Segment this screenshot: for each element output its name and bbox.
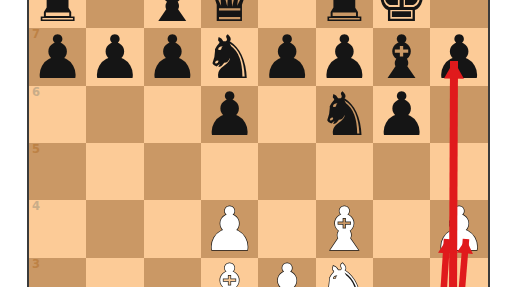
square-d6[interactable]: ♟ bbox=[201, 86, 258, 143]
square-f6[interactable]: ♞ bbox=[316, 86, 373, 143]
square-a4[interactable]: 4 bbox=[29, 200, 86, 257]
rank-label-4: 4 bbox=[32, 201, 40, 213]
square-d7[interactable]: ♞ bbox=[201, 28, 258, 85]
black-pawn[interactable]: ♟ bbox=[86, 28, 143, 85]
square-g4[interactable] bbox=[373, 200, 430, 257]
white-pawn[interactable]: ♟ bbox=[430, 200, 487, 257]
square-c6[interactable] bbox=[144, 86, 201, 143]
square-g6[interactable]: ♟ bbox=[373, 86, 430, 143]
square-h4[interactable]: ♟ bbox=[430, 200, 487, 257]
white-pawn[interactable]: ♟ bbox=[258, 258, 315, 287]
square-h3[interactable] bbox=[430, 258, 487, 287]
rank-label-3: 3 bbox=[32, 259, 40, 271]
square-b6[interactable] bbox=[86, 86, 143, 143]
white-pawn[interactable]: ♟ bbox=[201, 200, 258, 257]
square-b3[interactable] bbox=[86, 258, 143, 287]
board-viewport: ♜♝♛♜♚7♟♟♟♞♟♟♝♟6♟♞♟54♟♝♟3♝♟♞ bbox=[0, 0, 510, 287]
square-c4[interactable] bbox=[144, 200, 201, 257]
square-e6[interactable] bbox=[258, 86, 315, 143]
white-bishop[interactable]: ♝ bbox=[201, 258, 258, 287]
square-a3[interactable]: 3 bbox=[29, 258, 86, 287]
square-a6[interactable]: 6 bbox=[29, 86, 86, 143]
black-pawn[interactable]: ♟ bbox=[29, 28, 86, 85]
square-b5[interactable] bbox=[86, 143, 143, 200]
square-c3[interactable] bbox=[144, 258, 201, 287]
black-pawn[interactable]: ♟ bbox=[430, 28, 487, 85]
square-b4[interactable] bbox=[86, 200, 143, 257]
square-e7[interactable]: ♟ bbox=[258, 28, 315, 85]
white-knight[interactable]: ♞ bbox=[316, 258, 373, 287]
square-f4[interactable]: ♝ bbox=[316, 200, 373, 257]
black-bishop[interactable]: ♝ bbox=[373, 28, 430, 85]
square-g5[interactable] bbox=[373, 143, 430, 200]
square-e4[interactable] bbox=[258, 200, 315, 257]
square-a7[interactable]: 7♟ bbox=[29, 28, 86, 85]
black-knight[interactable]: ♞ bbox=[201, 28, 258, 85]
square-c5[interactable] bbox=[144, 143, 201, 200]
black-pawn[interactable]: ♟ bbox=[316, 28, 373, 85]
square-d5[interactable] bbox=[201, 143, 258, 200]
black-pawn[interactable]: ♟ bbox=[144, 28, 201, 85]
black-pawn[interactable]: ♟ bbox=[201, 86, 258, 143]
square-c7[interactable]: ♟ bbox=[144, 28, 201, 85]
black-knight[interactable]: ♞ bbox=[316, 86, 373, 143]
white-bishop[interactable]: ♝ bbox=[316, 200, 373, 257]
black-pawn[interactable]: ♟ bbox=[258, 28, 315, 85]
square-f7[interactable]: ♟ bbox=[316, 28, 373, 85]
square-g7[interactable]: ♝ bbox=[373, 28, 430, 85]
square-g3[interactable] bbox=[373, 258, 430, 287]
rank-label-6: 6 bbox=[32, 87, 40, 99]
black-pawn[interactable]: ♟ bbox=[373, 86, 430, 143]
square-e5[interactable] bbox=[258, 143, 315, 200]
square-h5[interactable] bbox=[430, 143, 487, 200]
square-f5[interactable] bbox=[316, 143, 373, 200]
rank-label-5: 5 bbox=[32, 144, 40, 156]
square-f3[interactable]: ♞ bbox=[316, 258, 373, 287]
chess-board: ♜♝♛♜♚7♟♟♟♞♟♟♝♟6♟♞♟54♟♝♟3♝♟♞ bbox=[27, 0, 490, 287]
square-b7[interactable]: ♟ bbox=[86, 28, 143, 85]
square-h7[interactable]: ♟ bbox=[430, 28, 487, 85]
square-d3[interactable]: ♝ bbox=[201, 258, 258, 287]
square-h6[interactable] bbox=[430, 86, 487, 143]
square-a5[interactable]: 5 bbox=[29, 143, 86, 200]
square-e3[interactable]: ♟ bbox=[258, 258, 315, 287]
square-d4[interactable]: ♟ bbox=[201, 200, 258, 257]
